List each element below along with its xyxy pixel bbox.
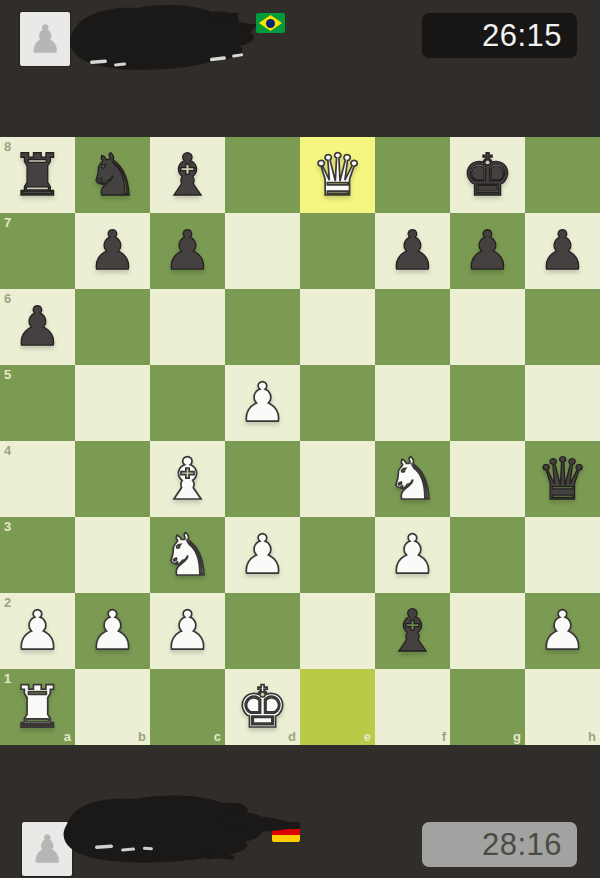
square-b7[interactable]: ♟ bbox=[75, 213, 150, 289]
player-avatar-top[interactable]: ♟ bbox=[20, 12, 70, 66]
square-c7[interactable]: ♟ bbox=[150, 213, 225, 289]
piece-white-pawn[interactable]: ♟ bbox=[75, 593, 150, 669]
square-f4[interactable]: ♞ bbox=[375, 441, 450, 517]
square-f5[interactable] bbox=[375, 365, 450, 441]
player-bar-bottom: ♟ 28:16 bbox=[0, 788, 600, 878]
square-f3[interactable]: ♟ bbox=[375, 517, 450, 593]
square-c1[interactable]: c bbox=[150, 669, 225, 745]
flag-germany-icon bbox=[272, 822, 300, 842]
square-g1[interactable]: g bbox=[450, 669, 525, 745]
square-b4[interactable] bbox=[75, 441, 150, 517]
coord-file-c: c bbox=[214, 730, 221, 743]
square-e2[interactable] bbox=[300, 593, 375, 669]
clock-top-value: 26:15 bbox=[482, 18, 562, 54]
player-bar-top: ♟ 26:15 bbox=[0, 0, 600, 90]
square-b1[interactable]: b bbox=[75, 669, 150, 745]
piece-black-pawn[interactable]: ♟ bbox=[75, 213, 150, 289]
square-a3[interactable]: 3 bbox=[0, 517, 75, 593]
coord-file-e: e bbox=[364, 730, 371, 743]
pawn-avatar-icon: ♟ bbox=[30, 830, 64, 868]
piece-white-pawn[interactable]: ♟ bbox=[0, 593, 75, 669]
piece-black-pawn[interactable]: ♟ bbox=[450, 213, 525, 289]
piece-black-bishop[interactable]: ♝ bbox=[375, 593, 450, 669]
square-d2[interactable] bbox=[225, 593, 300, 669]
piece-black-bishop[interactable]: ♝ bbox=[150, 137, 225, 213]
square-a5[interactable]: 5 bbox=[0, 365, 75, 441]
coord-rank-3: 3 bbox=[4, 520, 11, 533]
square-c8[interactable]: ♝ bbox=[150, 137, 225, 213]
square-e8[interactable]: ♛ bbox=[300, 137, 375, 213]
square-e6[interactable] bbox=[300, 289, 375, 365]
square-b5[interactable] bbox=[75, 365, 150, 441]
coord-file-f: f bbox=[442, 730, 446, 743]
clock-top: 26:15 bbox=[422, 13, 577, 58]
square-b2[interactable]: ♟ bbox=[75, 593, 150, 669]
square-c6[interactable] bbox=[150, 289, 225, 365]
square-b8[interactable]: ♞ bbox=[75, 137, 150, 213]
square-d7[interactable] bbox=[225, 213, 300, 289]
square-e4[interactable] bbox=[300, 441, 375, 517]
coord-rank-4: 4 bbox=[4, 444, 11, 457]
square-h1[interactable]: h bbox=[525, 669, 600, 745]
square-h4[interactable]: ♛ bbox=[525, 441, 600, 517]
square-h2[interactable]: ♟ bbox=[525, 593, 600, 669]
piece-black-pawn[interactable]: ♟ bbox=[375, 213, 450, 289]
square-e3[interactable] bbox=[300, 517, 375, 593]
square-d5[interactable]: ♟ bbox=[225, 365, 300, 441]
square-d6[interactable] bbox=[225, 289, 300, 365]
piece-white-pawn[interactable]: ♟ bbox=[225, 365, 300, 441]
redaction-scribble-top bbox=[60, 2, 265, 82]
piece-black-pawn[interactable]: ♟ bbox=[150, 213, 225, 289]
square-e1[interactable]: e bbox=[300, 669, 375, 745]
square-b3[interactable] bbox=[75, 517, 150, 593]
square-c3[interactable]: ♞ bbox=[150, 517, 225, 593]
square-d1[interactable]: d♚ bbox=[225, 669, 300, 745]
clock-bottom: 28:16 bbox=[422, 822, 577, 867]
coord-file-h: h bbox=[588, 730, 596, 743]
coord-rank-5: 5 bbox=[4, 368, 11, 381]
chess-board: 8♜♞♝♛♚7♟♟♟♟♟6♟5♟4♝♞♛3♞♟♟2♟♟♟♝♟1a♜bcd♚efg… bbox=[0, 137, 600, 745]
square-c5[interactable] bbox=[150, 365, 225, 441]
square-c2[interactable]: ♟ bbox=[150, 593, 225, 669]
clock-bottom-value: 28:16 bbox=[482, 827, 562, 863]
square-a2[interactable]: 2♟ bbox=[0, 593, 75, 669]
square-f8[interactable] bbox=[375, 137, 450, 213]
app-screen: ♟ 26:15 8♜♞♝♛♚7♟♟♟♟♟6♟5♟4♝♞♛3♞♟♟2♟♟♟♝♟1a… bbox=[0, 0, 600, 878]
square-c4[interactable]: ♝ bbox=[150, 441, 225, 517]
square-h8[interactable] bbox=[525, 137, 600, 213]
square-a8[interactable]: 8♜ bbox=[0, 137, 75, 213]
piece-black-pawn[interactable]: ♟ bbox=[525, 213, 600, 289]
square-d4[interactable] bbox=[225, 441, 300, 517]
redaction-scribble-bottom bbox=[55, 790, 305, 872]
pawn-avatar-icon: ♟ bbox=[28, 20, 62, 58]
square-d8[interactable] bbox=[225, 137, 300, 213]
piece-white-pawn[interactable]: ♟ bbox=[375, 517, 450, 593]
coord-file-g: g bbox=[513, 730, 521, 743]
square-a6[interactable]: 6♟ bbox=[0, 289, 75, 365]
piece-black-queen[interactable]: ♛ bbox=[525, 441, 600, 517]
square-g4[interactable] bbox=[450, 441, 525, 517]
square-a7[interactable]: 7 bbox=[0, 213, 75, 289]
square-f2[interactable]: ♝ bbox=[375, 593, 450, 669]
piece-white-bishop[interactable]: ♝ bbox=[150, 441, 225, 517]
flag-brazil-icon bbox=[256, 13, 285, 33]
piece-white-pawn[interactable]: ♟ bbox=[225, 517, 300, 593]
square-g5[interactable] bbox=[450, 365, 525, 441]
piece-white-king[interactable]: ♚ bbox=[225, 669, 300, 745]
square-g3[interactable] bbox=[450, 517, 525, 593]
coord-file-b: b bbox=[138, 730, 146, 743]
piece-white-knight[interactable]: ♞ bbox=[375, 441, 450, 517]
square-e5[interactable] bbox=[300, 365, 375, 441]
piece-white-pawn[interactable]: ♟ bbox=[525, 593, 600, 669]
square-h3[interactable] bbox=[525, 517, 600, 593]
piece-black-pawn[interactable]: ♟ bbox=[0, 289, 75, 365]
square-f1[interactable]: f bbox=[375, 669, 450, 745]
piece-white-queen[interactable]: ♛ bbox=[300, 137, 375, 213]
piece-black-knight[interactable]: ♞ bbox=[75, 137, 150, 213]
player-avatar-bottom[interactable]: ♟ bbox=[22, 822, 72, 876]
piece-black-rook[interactable]: ♜ bbox=[0, 137, 75, 213]
square-h5[interactable] bbox=[525, 365, 600, 441]
piece-white-pawn[interactable]: ♟ bbox=[150, 593, 225, 669]
square-e7[interactable] bbox=[300, 213, 375, 289]
square-g2[interactable] bbox=[450, 593, 525, 669]
square-g7[interactable]: ♟ bbox=[450, 213, 525, 289]
square-d3[interactable]: ♟ bbox=[225, 517, 300, 593]
piece-black-king[interactable]: ♚ bbox=[450, 137, 525, 213]
coord-rank-7: 7 bbox=[4, 216, 11, 229]
square-h6[interactable] bbox=[525, 289, 600, 365]
square-g8[interactable]: ♚ bbox=[450, 137, 525, 213]
square-a1[interactable]: 1a♜ bbox=[0, 669, 75, 745]
square-f6[interactable] bbox=[375, 289, 450, 365]
square-f7[interactable]: ♟ bbox=[375, 213, 450, 289]
square-b6[interactable] bbox=[75, 289, 150, 365]
piece-white-rook[interactable]: ♜ bbox=[0, 669, 75, 745]
square-g6[interactable] bbox=[450, 289, 525, 365]
square-a4[interactable]: 4 bbox=[0, 441, 75, 517]
piece-white-knight[interactable]: ♞ bbox=[150, 517, 225, 593]
square-h7[interactable]: ♟ bbox=[525, 213, 600, 289]
